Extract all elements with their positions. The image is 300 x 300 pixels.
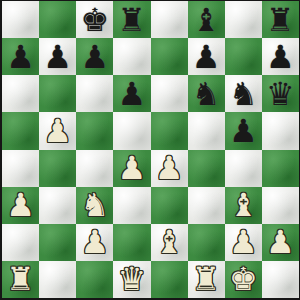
square-a4[interactable] <box>2 150 39 187</box>
square-f1[interactable]: ♜ <box>188 261 225 298</box>
square-f7[interactable]: ♟ <box>188 38 225 75</box>
square-e4[interactable]: ♟ <box>151 150 188 187</box>
white-rook-piece[interactable]: ♜ <box>192 263 221 295</box>
square-h6[interactable]: ♛ <box>262 75 299 112</box>
white-king-piece[interactable]: ♚ <box>229 263 258 295</box>
square-g8[interactable] <box>225 1 262 38</box>
square-c4[interactable] <box>76 150 113 187</box>
square-d4[interactable]: ♟ <box>113 150 150 187</box>
square-f6[interactable]: ♞ <box>188 75 225 112</box>
square-h1[interactable] <box>262 261 299 298</box>
square-f4[interactable] <box>188 150 225 187</box>
square-g6[interactable]: ♞ <box>225 75 262 112</box>
square-b5[interactable]: ♟ <box>39 112 76 149</box>
square-d3[interactable] <box>113 187 150 224</box>
square-h5[interactable] <box>262 112 299 149</box>
square-a2[interactable] <box>2 224 39 261</box>
square-d7[interactable] <box>113 38 150 75</box>
square-c1[interactable] <box>76 261 113 298</box>
black-knight-piece[interactable]: ♞ <box>192 78 221 110</box>
square-b1[interactable] <box>39 261 76 298</box>
white-queen-piece[interactable]: ♛ <box>118 263 147 295</box>
square-a5[interactable] <box>2 112 39 149</box>
square-g2[interactable]: ♟ <box>225 224 262 261</box>
square-f5[interactable] <box>188 112 225 149</box>
square-g7[interactable] <box>225 38 262 75</box>
square-e1[interactable] <box>151 261 188 298</box>
black-pawn-piece[interactable]: ♟ <box>80 41 109 73</box>
square-f2[interactable] <box>188 224 225 261</box>
square-g3[interactable]: ♝ <box>225 187 262 224</box>
square-h3[interactable] <box>262 187 299 224</box>
square-f8[interactable]: ♝ <box>188 1 225 38</box>
square-c8[interactable]: ♚ <box>76 1 113 38</box>
white-knight-piece[interactable]: ♞ <box>80 189 109 221</box>
square-c2[interactable]: ♟ <box>76 224 113 261</box>
white-bishop-piece[interactable]: ♝ <box>229 189 258 221</box>
black-pawn-piece[interactable]: ♟ <box>266 41 295 73</box>
square-c5[interactable] <box>76 112 113 149</box>
white-pawn-piece[interactable]: ♟ <box>229 226 258 258</box>
black-pawn-piece[interactable]: ♟ <box>6 41 35 73</box>
square-a1[interactable]: ♜ <box>2 261 39 298</box>
black-knight-piece[interactable]: ♞ <box>229 78 258 110</box>
black-queen-piece[interactable]: ♛ <box>266 78 295 110</box>
square-d1[interactable]: ♛ <box>113 261 150 298</box>
square-a3[interactable]: ♟ <box>2 187 39 224</box>
square-h8[interactable]: ♜ <box>262 1 299 38</box>
square-b4[interactable] <box>39 150 76 187</box>
black-king-piece[interactable]: ♚ <box>80 4 109 36</box>
white-bishop-piece[interactable]: ♝ <box>155 226 184 258</box>
square-f3[interactable] <box>188 187 225 224</box>
square-e6[interactable] <box>151 75 188 112</box>
square-d2[interactable] <box>113 224 150 261</box>
square-c7[interactable]: ♟ <box>76 38 113 75</box>
black-pawn-piece[interactable]: ♟ <box>118 78 147 110</box>
square-h2[interactable]: ♟ <box>262 224 299 261</box>
square-a7[interactable]: ♟ <box>2 38 39 75</box>
square-e8[interactable] <box>151 1 188 38</box>
square-c3[interactable]: ♞ <box>76 187 113 224</box>
white-rook-piece[interactable]: ♜ <box>6 263 35 295</box>
black-pawn-piece[interactable]: ♟ <box>229 115 258 147</box>
chess-board: ♚♜♝♜♟♟♟♟♟♟♞♞♛♟♟♟♟♟♞♝♟♝♟♟♜♛♜♚ <box>0 0 300 300</box>
square-g5[interactable]: ♟ <box>225 112 262 149</box>
square-e3[interactable] <box>151 187 188 224</box>
square-h7[interactable]: ♟ <box>262 38 299 75</box>
white-pawn-piece[interactable]: ♟ <box>118 152 147 184</box>
white-pawn-piece[interactable]: ♟ <box>266 226 295 258</box>
square-e2[interactable]: ♝ <box>151 224 188 261</box>
square-g1[interactable]: ♚ <box>225 261 262 298</box>
square-b3[interactable] <box>39 187 76 224</box>
square-b7[interactable]: ♟ <box>39 38 76 75</box>
white-pawn-piece[interactable]: ♟ <box>155 152 184 184</box>
black-rook-piece[interactable]: ♜ <box>266 4 295 36</box>
square-b2[interactable] <box>39 224 76 261</box>
square-b6[interactable] <box>39 75 76 112</box>
square-d8[interactable]: ♜ <box>113 1 150 38</box>
black-rook-piece[interactable]: ♜ <box>118 4 147 36</box>
square-a6[interactable] <box>2 75 39 112</box>
black-bishop-piece[interactable]: ♝ <box>192 4 221 36</box>
square-a8[interactable] <box>2 1 39 38</box>
black-pawn-piece[interactable]: ♟ <box>43 41 72 73</box>
square-g4[interactable] <box>225 150 262 187</box>
square-d5[interactable] <box>113 112 150 149</box>
square-e7[interactable] <box>151 38 188 75</box>
black-pawn-piece[interactable]: ♟ <box>192 41 221 73</box>
square-h4[interactable] <box>262 150 299 187</box>
square-d6[interactable]: ♟ <box>113 75 150 112</box>
white-pawn-piece[interactable]: ♟ <box>80 226 109 258</box>
square-b8[interactable] <box>39 1 76 38</box>
white-pawn-piece[interactable]: ♟ <box>43 115 72 147</box>
white-pawn-piece[interactable]: ♟ <box>6 189 35 221</box>
square-c6[interactable] <box>76 75 113 112</box>
square-e5[interactable] <box>151 112 188 149</box>
